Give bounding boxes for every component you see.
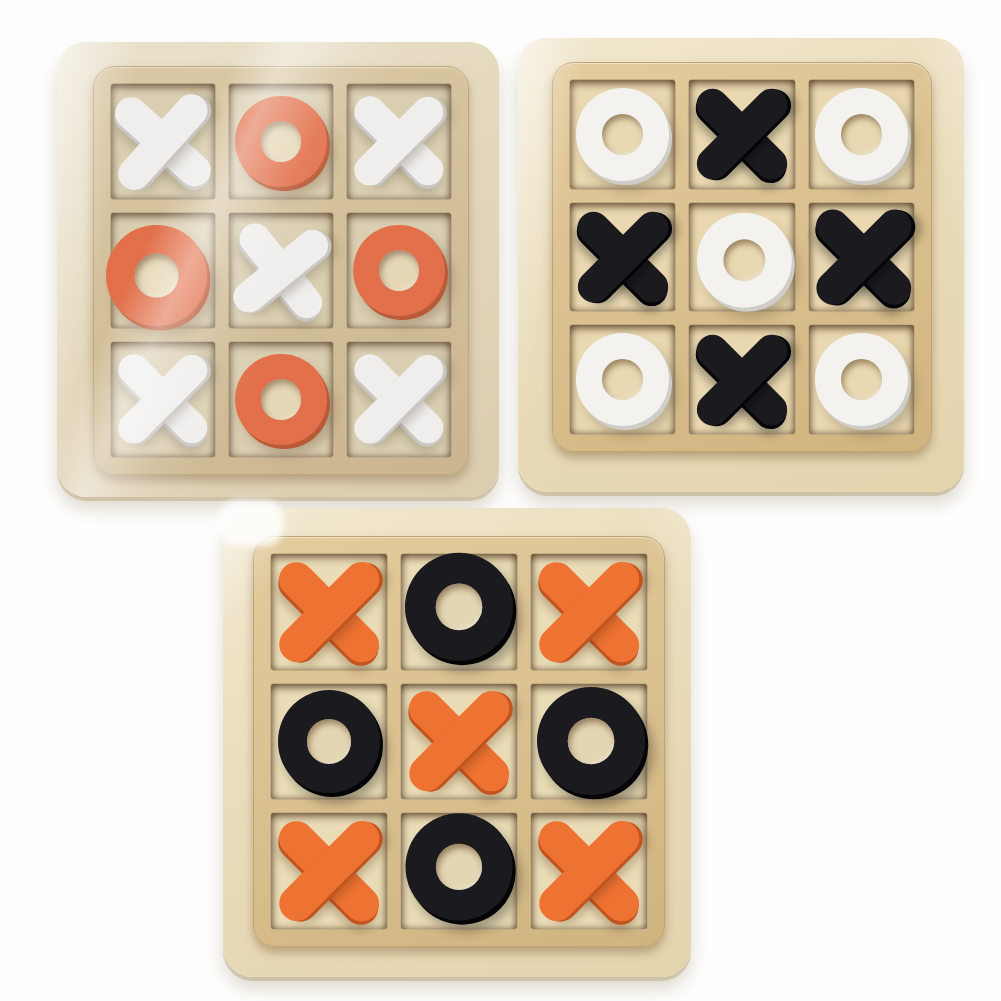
board1-cell-r2c1 bbox=[110, 212, 216, 329]
board2-cell-r1c3 bbox=[808, 79, 915, 190]
o-hole bbox=[379, 250, 419, 290]
o-hole bbox=[841, 359, 882, 400]
piece-o-orange bbox=[106, 225, 207, 326]
board3-cell-r3c2 bbox=[400, 812, 518, 930]
board3-cell-r3c3 bbox=[530, 812, 648, 930]
o-hole bbox=[435, 583, 483, 631]
board3-cell-r2c1 bbox=[270, 683, 388, 801]
piece-o-orange bbox=[353, 225, 445, 317]
piece-o-orange bbox=[235, 354, 327, 446]
piece-o-white bbox=[576, 333, 669, 426]
board1-cell-r3c3 bbox=[346, 341, 452, 458]
board-black-vs-white bbox=[518, 38, 964, 492]
board1-cell-r3c1 bbox=[110, 341, 216, 458]
board2-cell-r2c1 bbox=[569, 202, 676, 313]
board1-cell-r1c1 bbox=[110, 83, 216, 200]
grid-frame bbox=[93, 66, 469, 475]
board3-cell-r2c2 bbox=[400, 683, 518, 801]
wooden-backing bbox=[57, 42, 499, 497]
piece-o-black bbox=[537, 687, 645, 795]
o-hole bbox=[841, 114, 882, 155]
piece-x-orange bbox=[278, 561, 380, 663]
piece-o-white bbox=[815, 88, 908, 181]
board-orange-vs-black bbox=[223, 508, 691, 977]
piece-x-white bbox=[353, 354, 445, 446]
piece-x-black bbox=[696, 333, 789, 426]
piece-o-black bbox=[405, 813, 512, 920]
piece-x-black bbox=[696, 88, 789, 181]
board2-cell-r1c2 bbox=[688, 79, 795, 190]
grid-frame bbox=[552, 62, 932, 452]
board3-cell-r1c3 bbox=[530, 553, 648, 671]
piece-x-orange bbox=[278, 820, 380, 922]
grid-frame bbox=[253, 536, 665, 947]
piece-x-white bbox=[117, 354, 209, 446]
piece-x-white bbox=[113, 91, 213, 191]
o-hole bbox=[134, 253, 178, 297]
product-photo bbox=[0, 0, 1001, 1001]
board2-cell-r2c3 bbox=[808, 202, 915, 313]
o-hole bbox=[723, 239, 765, 281]
piece-x-orange bbox=[408, 690, 510, 792]
o-hole bbox=[567, 718, 615, 766]
piece-x-white bbox=[353, 96, 445, 188]
board-white-vs-orange bbox=[57, 42, 499, 497]
board2-cell-r1c1 bbox=[569, 79, 676, 190]
o-hole bbox=[602, 359, 643, 400]
board2-cell-r3c2 bbox=[688, 324, 795, 435]
o-hole bbox=[435, 843, 482, 890]
piece-o-white bbox=[697, 212, 792, 307]
board2-cell-r2c2 bbox=[688, 202, 795, 313]
o-hole bbox=[602, 114, 643, 155]
o-hole bbox=[307, 719, 352, 764]
piece-o-orange bbox=[235, 96, 327, 188]
board3-cell-r3c1 bbox=[270, 812, 388, 930]
o-hole bbox=[261, 379, 301, 419]
board3-cell-r1c1 bbox=[270, 553, 388, 671]
piece-x-white bbox=[231, 220, 332, 321]
piece-o-white bbox=[815, 333, 908, 426]
board1-cell-r2c2 bbox=[228, 212, 334, 329]
board3-cell-r2c3 bbox=[530, 683, 648, 801]
board2-cell-r3c1 bbox=[569, 324, 676, 435]
board2-cell-r3c3 bbox=[808, 324, 915, 435]
o-hole bbox=[261, 121, 301, 161]
piece-x-orange bbox=[538, 561, 640, 663]
piece-x-black bbox=[815, 208, 912, 305]
wooden-backing bbox=[223, 508, 691, 977]
board1-cell-r3c2 bbox=[228, 341, 334, 458]
piece-o-white bbox=[576, 88, 669, 181]
board3-cell-r1c2 bbox=[400, 553, 518, 671]
board1-cell-r1c3 bbox=[346, 83, 452, 200]
board1-cell-r2c3 bbox=[346, 212, 452, 329]
piece-x-black bbox=[576, 211, 669, 304]
board1-cell-r1c2 bbox=[228, 83, 334, 200]
wooden-backing bbox=[518, 38, 964, 492]
piece-o-black bbox=[405, 553, 513, 661]
piece-o-black bbox=[278, 690, 380, 792]
piece-x-orange bbox=[538, 820, 640, 922]
